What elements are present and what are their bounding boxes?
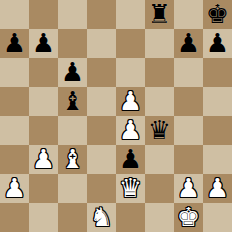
square-e2[interactable]: ♛ (116, 174, 145, 203)
black-queen[interactable]: ♛ (148, 116, 171, 145)
square-b8[interactable] (29, 0, 58, 29)
square-d5[interactable] (87, 87, 116, 116)
square-h4[interactable] (203, 116, 232, 145)
square-g4[interactable] (174, 116, 203, 145)
white-knight[interactable]: ♞ (90, 203, 113, 232)
white-king[interactable]: ♚ (177, 203, 200, 232)
black-bishop[interactable]: ♝ (61, 87, 84, 116)
square-c3[interactable]: ♝ (58, 145, 87, 174)
square-g2[interactable]: ♟ (174, 174, 203, 203)
square-b1[interactable] (29, 203, 58, 232)
square-e8[interactable] (116, 0, 145, 29)
black-pawn[interactable]: ♟ (206, 29, 229, 58)
white-pawn[interactable]: ♟ (177, 174, 200, 203)
square-g6[interactable] (174, 58, 203, 87)
square-b5[interactable] (29, 87, 58, 116)
black-pawn[interactable]: ♟ (177, 29, 200, 58)
square-a8[interactable] (0, 0, 29, 29)
square-h1[interactable] (203, 203, 232, 232)
square-f6[interactable] (145, 58, 174, 87)
square-e3[interactable]: ♟ (116, 145, 145, 174)
square-d4[interactable] (87, 116, 116, 145)
square-f1[interactable] (145, 203, 174, 232)
square-a7[interactable]: ♟ (0, 29, 29, 58)
square-f2[interactable] (145, 174, 174, 203)
square-g3[interactable] (174, 145, 203, 174)
square-e7[interactable] (116, 29, 145, 58)
square-e5[interactable]: ♟ (116, 87, 145, 116)
square-d2[interactable] (87, 174, 116, 203)
square-g1[interactable]: ♚ (174, 203, 203, 232)
white-queen[interactable]: ♛ (119, 174, 142, 203)
square-d7[interactable] (87, 29, 116, 58)
square-h7[interactable]: ♟ (203, 29, 232, 58)
square-c6[interactable]: ♟ (58, 58, 87, 87)
black-rook[interactable]: ♜ (148, 0, 171, 29)
square-b7[interactable]: ♟ (29, 29, 58, 58)
black-king[interactable]: ♚ (206, 0, 229, 29)
square-h8[interactable]: ♚ (203, 0, 232, 29)
square-e4[interactable]: ♟ (116, 116, 145, 145)
square-d1[interactable]: ♞ (87, 203, 116, 232)
square-c1[interactable] (58, 203, 87, 232)
black-pawn[interactable]: ♟ (32, 29, 55, 58)
square-f7[interactable] (145, 29, 174, 58)
square-c5[interactable]: ♝ (58, 87, 87, 116)
square-b2[interactable] (29, 174, 58, 203)
square-a6[interactable] (0, 58, 29, 87)
square-h5[interactable] (203, 87, 232, 116)
square-h2[interactable]: ♟ (203, 174, 232, 203)
square-f4[interactable]: ♛ (145, 116, 174, 145)
square-b4[interactable] (29, 116, 58, 145)
square-e6[interactable] (116, 58, 145, 87)
square-b3[interactable]: ♟ (29, 145, 58, 174)
white-pawn[interactable]: ♟ (206, 174, 229, 203)
square-f5[interactable] (145, 87, 174, 116)
square-a5[interactable] (0, 87, 29, 116)
square-b6[interactable] (29, 58, 58, 87)
square-a2[interactable]: ♟ (0, 174, 29, 203)
square-c4[interactable] (58, 116, 87, 145)
square-a3[interactable] (0, 145, 29, 174)
square-d6[interactable] (87, 58, 116, 87)
white-pawn[interactable]: ♟ (119, 87, 142, 116)
square-a4[interactable] (0, 116, 29, 145)
square-e1[interactable] (116, 203, 145, 232)
square-g5[interactable] (174, 87, 203, 116)
square-f8[interactable]: ♜ (145, 0, 174, 29)
square-c8[interactable] (58, 0, 87, 29)
square-h3[interactable] (203, 145, 232, 174)
square-c2[interactable] (58, 174, 87, 203)
chess-board: ♜♚♟♟♟♟♟♝♟♟♛♟♝♟♟♛♟♟♞♚ (0, 0, 232, 232)
square-a1[interactable] (0, 203, 29, 232)
square-c7[interactable] (58, 29, 87, 58)
black-pawn[interactable]: ♟ (3, 29, 26, 58)
black-pawn[interactable]: ♟ (61, 58, 84, 87)
square-d3[interactable] (87, 145, 116, 174)
square-h6[interactable] (203, 58, 232, 87)
square-g7[interactable]: ♟ (174, 29, 203, 58)
white-bishop[interactable]: ♝ (61, 145, 84, 174)
square-g8[interactable] (174, 0, 203, 29)
white-pawn[interactable]: ♟ (32, 145, 55, 174)
square-f3[interactable] (145, 145, 174, 174)
black-pawn[interactable]: ♟ (119, 145, 142, 174)
white-pawn[interactable]: ♟ (119, 116, 142, 145)
white-pawn[interactable]: ♟ (3, 174, 26, 203)
square-d8[interactable] (87, 0, 116, 29)
